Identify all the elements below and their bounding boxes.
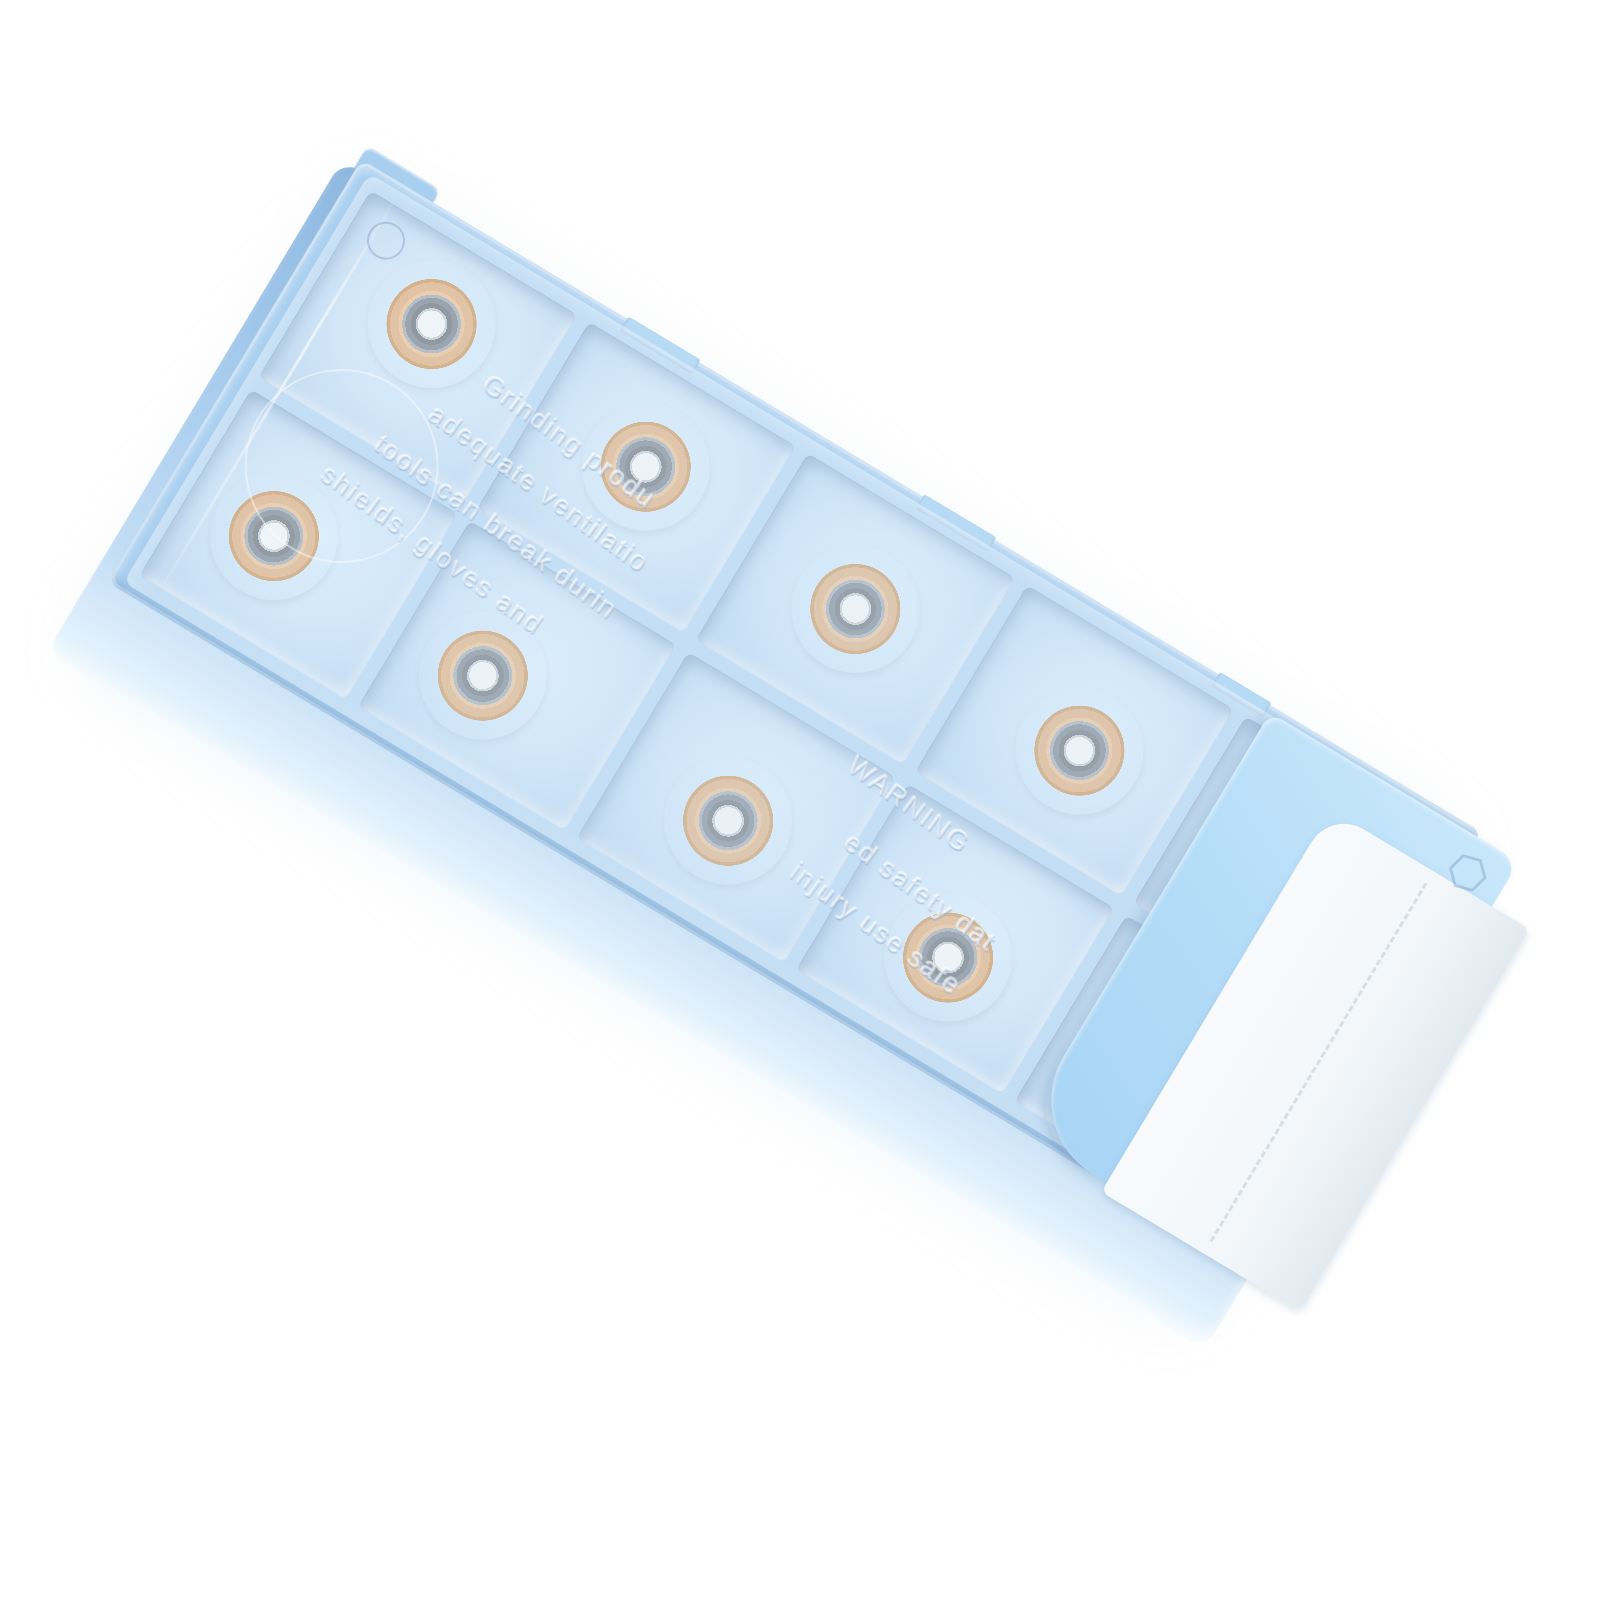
label-perforation-line bbox=[1210, 882, 1428, 1242]
insert-storage-box: Grinding produ adequate ventilatio tools… bbox=[107, 159, 1482, 1255]
product-photo-scene: Grinding produ adequate ventilatio tools… bbox=[0, 0, 1601, 1601]
